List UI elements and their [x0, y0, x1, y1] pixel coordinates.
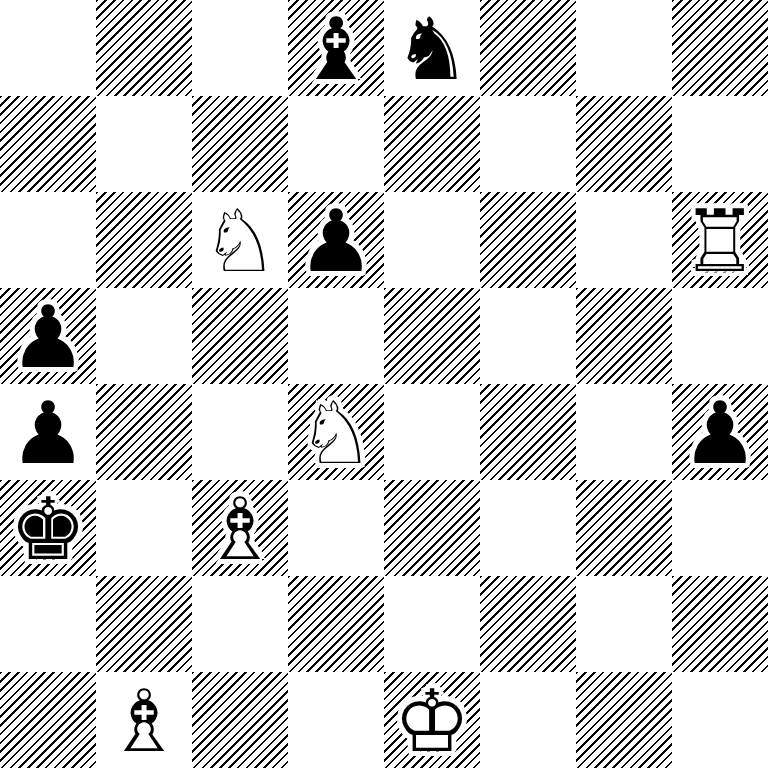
square-f6[interactable]	[480, 192, 576, 288]
square-e1[interactable]: ♚♔	[384, 672, 480, 768]
square-c3[interactable]: ♝♗	[192, 480, 288, 576]
square-a7[interactable]	[0, 96, 96, 192]
white-bishop-glyph: ♗	[192, 480, 288, 576]
square-g8[interactable]	[576, 0, 672, 96]
white-rook-glyph: ♖	[672, 192, 768, 288]
square-h2[interactable]	[672, 576, 768, 672]
square-d1[interactable]	[288, 672, 384, 768]
black-king-a3[interactable]: ♚♚	[0, 480, 96, 576]
square-f3[interactable]	[480, 480, 576, 576]
square-e4[interactable]	[384, 384, 480, 480]
square-b3[interactable]	[96, 480, 192, 576]
black-bishop-d8[interactable]: ♝♝	[288, 0, 384, 96]
square-b2[interactable]	[96, 576, 192, 672]
square-d4[interactable]: ♞♘	[288, 384, 384, 480]
white-knight-c6[interactable]: ♞♘	[192, 192, 288, 288]
black-pawn-glyph: ♟	[288, 192, 384, 288]
white-bishop-b1[interactable]: ♝♗	[96, 672, 192, 768]
square-g5[interactable]	[576, 288, 672, 384]
black-pawn-glyph: ♟	[0, 288, 96, 384]
square-f2[interactable]	[480, 576, 576, 672]
square-a8[interactable]	[0, 0, 96, 96]
black-pawn-a4[interactable]: ♟♟	[0, 384, 96, 480]
square-h7[interactable]	[672, 96, 768, 192]
square-e7[interactable]	[384, 96, 480, 192]
square-f1[interactable]	[480, 672, 576, 768]
square-a3[interactable]: ♚♚	[0, 480, 96, 576]
square-e5[interactable]	[384, 288, 480, 384]
black-knight-glyph: ♞	[384, 0, 480, 96]
square-d5[interactable]	[288, 288, 384, 384]
square-h1[interactable]	[672, 672, 768, 768]
white-rook-h6[interactable]: ♜♖	[672, 192, 768, 288]
black-pawn-d6[interactable]: ♟♟	[288, 192, 384, 288]
black-bishop-glyph: ♝	[288, 0, 384, 96]
white-king-e1[interactable]: ♚♔	[384, 672, 480, 768]
square-b1[interactable]: ♝♗	[96, 672, 192, 768]
square-a6[interactable]	[0, 192, 96, 288]
square-e6[interactable]	[384, 192, 480, 288]
square-g6[interactable]	[576, 192, 672, 288]
square-f8[interactable]	[480, 0, 576, 96]
square-d8[interactable]: ♝♝	[288, 0, 384, 96]
square-c8[interactable]	[192, 0, 288, 96]
square-h6[interactable]: ♜♖	[672, 192, 768, 288]
square-f5[interactable]	[480, 288, 576, 384]
square-b8[interactable]	[96, 0, 192, 96]
square-h8[interactable]	[672, 0, 768, 96]
square-g1[interactable]	[576, 672, 672, 768]
square-c4[interactable]	[192, 384, 288, 480]
square-d2[interactable]	[288, 576, 384, 672]
black-knight-e8[interactable]: ♞♞	[384, 0, 480, 96]
square-g4[interactable]	[576, 384, 672, 480]
white-knight-glyph: ♘	[192, 192, 288, 288]
white-knight-glyph: ♘	[288, 384, 384, 480]
square-h4[interactable]: ♟♟	[672, 384, 768, 480]
square-f7[interactable]	[480, 96, 576, 192]
square-g7[interactable]	[576, 96, 672, 192]
square-b6[interactable]	[96, 192, 192, 288]
white-bishop-glyph: ♗	[96, 672, 192, 768]
square-a2[interactable]	[0, 576, 96, 672]
square-b7[interactable]	[96, 96, 192, 192]
square-h3[interactable]	[672, 480, 768, 576]
square-a5[interactable]: ♟♟	[0, 288, 96, 384]
square-g2[interactable]	[576, 576, 672, 672]
square-a1[interactable]	[0, 672, 96, 768]
black-pawn-a5[interactable]: ♟♟	[0, 288, 96, 384]
square-e2[interactable]	[384, 576, 480, 672]
black-pawn-glyph: ♟	[0, 384, 96, 480]
black-pawn-h4[interactable]: ♟♟	[672, 384, 768, 480]
white-knight-d4[interactable]: ♞♘	[288, 384, 384, 480]
chess-diagram: ♝♝♞♞♞♘♟♟♜♖♟♟♟♟♞♘♟♟♚♚♝♗♝♗♚♔	[0, 0, 768, 768]
square-c1[interactable]	[192, 672, 288, 768]
square-h5[interactable]	[672, 288, 768, 384]
square-c2[interactable]	[192, 576, 288, 672]
square-c6[interactable]: ♞♘	[192, 192, 288, 288]
square-d3[interactable]	[288, 480, 384, 576]
black-king-glyph: ♚	[0, 480, 96, 576]
square-a4[interactable]: ♟♟	[0, 384, 96, 480]
white-king-glyph: ♔	[384, 672, 480, 768]
square-g3[interactable]	[576, 480, 672, 576]
square-b5[interactable]	[96, 288, 192, 384]
square-f4[interactable]	[480, 384, 576, 480]
square-c5[interactable]	[192, 288, 288, 384]
square-e3[interactable]	[384, 480, 480, 576]
white-bishop-c3[interactable]: ♝♗	[192, 480, 288, 576]
square-d6[interactable]: ♟♟	[288, 192, 384, 288]
square-e8[interactable]: ♞♞	[384, 0, 480, 96]
square-c7[interactable]	[192, 96, 288, 192]
square-b4[interactable]	[96, 384, 192, 480]
square-d7[interactable]	[288, 96, 384, 192]
chess-board: ♝♝♞♞♞♘♟♟♜♖♟♟♟♟♞♘♟♟♚♚♝♗♝♗♚♔	[0, 0, 768, 768]
black-pawn-glyph: ♟	[672, 384, 768, 480]
